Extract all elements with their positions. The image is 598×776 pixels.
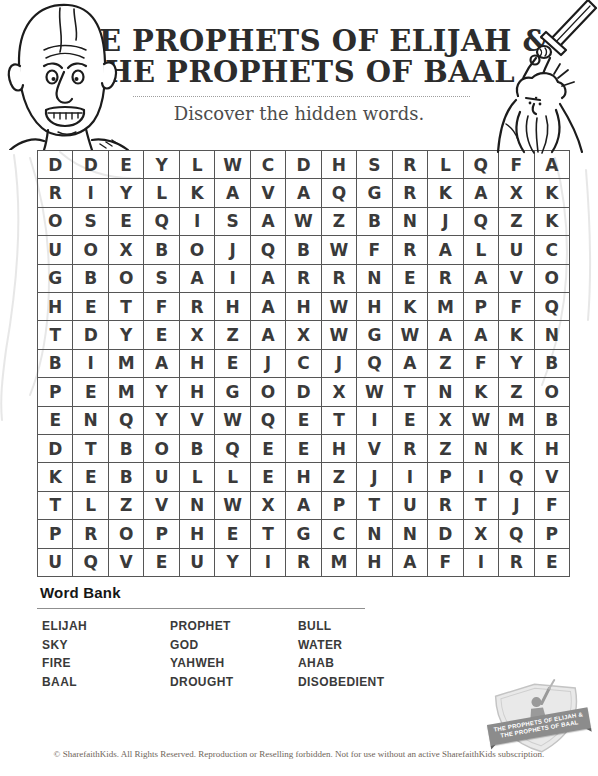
grid-cell[interactable]: Q: [251, 236, 286, 264]
grid-cell[interactable]: T: [73, 435, 108, 463]
grid-cell[interactable]: J: [499, 492, 534, 520]
grid-cell[interactable]: H: [322, 151, 357, 179]
grid-cell[interactable]: G: [357, 321, 392, 349]
grid-cell[interactable]: Q: [357, 350, 392, 378]
grid-cell[interactable]: K: [393, 293, 428, 321]
grid-cell[interactable]: M: [109, 350, 144, 378]
grid-cell[interactable]: H: [322, 435, 357, 463]
grid-cell[interactable]: H: [535, 435, 570, 463]
grid-cell[interactable]: J: [428, 208, 463, 236]
grid-cell[interactable]: L: [428, 151, 463, 179]
grid-cell[interactable]: A: [393, 350, 428, 378]
grid-cell[interactable]: U: [38, 236, 73, 264]
grid-cell[interactable]: J: [251, 350, 286, 378]
grid-cell[interactable]: J: [215, 236, 250, 264]
grid-cell[interactable]: H: [357, 293, 392, 321]
grid-cell[interactable]: K: [464, 378, 499, 406]
grid-cell[interactable]: R: [428, 265, 463, 293]
beard: [517, 110, 560, 153]
grid-cell[interactable]: O: [109, 520, 144, 548]
grid-cell[interactable]: R: [499, 549, 534, 577]
grid-cell[interactable]: B: [38, 350, 73, 378]
grid-cell[interactable]: C: [535, 236, 570, 264]
grid-cell[interactable]: M: [322, 549, 357, 577]
grid-cell[interactable]: I: [180, 208, 215, 236]
grid-cell[interactable]: Q: [215, 435, 250, 463]
grid-cell[interactable]: D: [73, 151, 108, 179]
word-bank-item: WATER: [298, 636, 384, 655]
grid-cell[interactable]: R: [393, 236, 428, 264]
word-bank-item: AHAB: [298, 654, 384, 673]
grid-cell[interactable]: T: [38, 321, 73, 349]
grid-cell[interactable]: B: [286, 236, 321, 264]
grid-cell[interactable]: A: [144, 350, 179, 378]
grid-cell[interactable]: X: [251, 492, 286, 520]
grid-cell[interactable]: E: [393, 407, 428, 435]
grid-cell[interactable]: V: [144, 492, 179, 520]
word-bank-column: ELIJAHSKYFIREBAAL: [42, 617, 170, 691]
grid-cell[interactable]: W: [215, 151, 250, 179]
grid-cell[interactable]: A: [464, 265, 499, 293]
grid-cell[interactable]: G: [215, 378, 250, 406]
grid-cell[interactable]: K: [499, 435, 534, 463]
word-bank-item: DROUGHT: [170, 673, 298, 692]
grid-cell[interactable]: I: [73, 350, 108, 378]
word-bank-rule: [37, 608, 365, 609]
grid-cell[interactable]: P: [322, 492, 357, 520]
grid-cell[interactable]: H: [286, 293, 321, 321]
grid-cell[interactable]: Z: [322, 463, 357, 491]
grid-cell[interactable]: O: [180, 236, 215, 264]
grid-cell[interactable]: Q: [499, 463, 534, 491]
grid-cell[interactable]: X: [464, 520, 499, 548]
grid-cell[interactable]: Q: [464, 151, 499, 179]
grid-cell[interactable]: A: [286, 492, 321, 520]
grid-cell[interactable]: U: [144, 463, 179, 491]
grid-cell[interactable]: B: [357, 208, 392, 236]
grid-cell[interactable]: P: [144, 520, 179, 548]
grid-cell[interactable]: A: [428, 236, 463, 264]
grid-cell[interactable]: E: [215, 520, 250, 548]
word-bank-heading: Word Bank: [40, 584, 121, 601]
grid-cell[interactable]: V: [357, 435, 392, 463]
word-bank-item: FIRE: [42, 654, 170, 673]
grid-cell[interactable]: F: [535, 492, 570, 520]
grid-cell[interactable]: Z: [109, 492, 144, 520]
grid-cell[interactable]: O: [251, 378, 286, 406]
grid-cell[interactable]: R: [73, 520, 108, 548]
grid-cell[interactable]: S: [73, 208, 108, 236]
grid-cell[interactable]: W: [215, 492, 250, 520]
grid-cell[interactable]: F: [428, 549, 463, 577]
sharefaith-badge: THE PROPHETS OF ELIJAH & THE PROPHETS OF…: [488, 675, 587, 758]
grid-cell[interactable]: O: [535, 378, 570, 406]
grid-cell[interactable]: E: [73, 378, 108, 406]
grid-cell[interactable]: M: [109, 378, 144, 406]
grid-cell[interactable]: W: [464, 407, 499, 435]
grid-cell[interactable]: Q: [109, 407, 144, 435]
grid-cell[interactable]: O: [73, 236, 108, 264]
grid-cell[interactable]: Y: [144, 407, 179, 435]
grid-cell[interactable]: S: [357, 151, 392, 179]
grid-cell[interactable]: X: [322, 378, 357, 406]
grid-cell[interactable]: Q: [499, 520, 534, 548]
elijah-illustration: [462, 0, 598, 155]
grid-cell[interactable]: D: [286, 378, 321, 406]
grid-cell[interactable]: U: [393, 492, 428, 520]
grid-cell[interactable]: P: [535, 520, 570, 548]
grid-cell[interactable]: T: [393, 378, 428, 406]
grid-cell[interactable]: Y: [215, 549, 250, 577]
grid-cell[interactable]: G: [357, 179, 392, 207]
word-bank-item: GOD: [170, 636, 298, 655]
grid-cell[interactable]: A: [180, 265, 215, 293]
word-bank-column: BULLWATERAHABDISOBEDIENT: [298, 617, 384, 691]
grid-cell[interactable]: D: [38, 435, 73, 463]
grid-cell[interactable]: A: [251, 265, 286, 293]
grid-cell[interactable]: E: [109, 151, 144, 179]
grid-cell[interactable]: W: [322, 236, 357, 264]
grid-cell[interactable]: R: [286, 265, 321, 293]
grid-cell[interactable]: H: [286, 463, 321, 491]
grid-cell[interactable]: Y: [144, 151, 179, 179]
grid-cell[interactable]: P: [464, 293, 499, 321]
grid-cell[interactable]: X: [180, 321, 215, 349]
grid-cell[interactable]: L: [73, 492, 108, 520]
grid-cell[interactable]: K: [499, 321, 534, 349]
grid-cell[interactable]: T: [464, 492, 499, 520]
grid-cell[interactable]: N: [393, 208, 428, 236]
grid-cell[interactable]: Q: [73, 549, 108, 577]
grid-cell[interactable]: H: [357, 549, 392, 577]
grid-cell[interactable]: S: [144, 265, 179, 293]
grid-cell[interactable]: F: [499, 151, 534, 179]
grid-cell[interactable]: X: [499, 179, 534, 207]
grid-cell[interactable]: H: [215, 293, 250, 321]
grid-cell[interactable]: Z: [499, 208, 534, 236]
grid-cell[interactable]: C: [322, 520, 357, 548]
grid-cell[interactable]: A: [251, 208, 286, 236]
grid-cell[interactable]: N: [428, 378, 463, 406]
word-bank-item: DISOBEDIENT: [298, 673, 384, 692]
grid-cell[interactable]: Q: [322, 179, 357, 207]
word-bank-item: YAHWEH: [170, 654, 298, 673]
brow: [526, 98, 540, 100]
grid-cell[interactable]: D: [286, 151, 321, 179]
word-bank-item: SKY: [42, 636, 170, 655]
word-bank-item: BULL: [298, 617, 384, 636]
grid-cell[interactable]: E: [393, 265, 428, 293]
grid-cell[interactable]: H: [38, 293, 73, 321]
grid-cell[interactable]: L: [180, 463, 215, 491]
eye-left: [47, 71, 58, 84]
grid-cell[interactable]: W: [322, 321, 357, 349]
ahab-illustration: [0, 0, 135, 150]
grid-cell[interactable]: G: [38, 265, 73, 293]
grid-cell[interactable]: D: [38, 151, 73, 179]
grid-cell[interactable]: L: [464, 236, 499, 264]
eye-right: [73, 71, 84, 84]
grid-cell[interactable]: L: [180, 151, 215, 179]
grid-cell[interactable]: E: [251, 435, 286, 463]
grid-cell[interactable]: B: [180, 435, 215, 463]
grid-cell[interactable]: O: [38, 208, 73, 236]
grid-cell[interactable]: Q: [144, 208, 179, 236]
grid-cell[interactable]: K: [535, 208, 570, 236]
grid-cell[interactable]: Y: [144, 378, 179, 406]
grid-cell[interactable]: A: [215, 179, 250, 207]
grid-cell[interactable]: R: [322, 265, 357, 293]
grid-cell[interactable]: Z: [215, 321, 250, 349]
grid-cell[interactable]: G: [286, 520, 321, 548]
grid-cell[interactable]: Z: [428, 435, 463, 463]
grid-cell[interactable]: J: [322, 350, 357, 378]
grid-cell[interactable]: I: [393, 463, 428, 491]
grid-cell[interactable]: V: [251, 179, 286, 207]
grid-cell[interactable]: I: [357, 407, 392, 435]
grid-cell[interactable]: B: [109, 435, 144, 463]
grid-cell[interactable]: O: [109, 265, 144, 293]
copyright-footer: © SharefaithKids. All Rights Reserved. R…: [0, 749, 598, 759]
grid-cell[interactable]: R: [38, 179, 73, 207]
grid-cell[interactable]: B: [144, 236, 179, 264]
grid-cell[interactable]: R: [286, 549, 321, 577]
grid-cell[interactable]: N: [180, 492, 215, 520]
grid-cell[interactable]: L: [215, 463, 250, 491]
grid-cell[interactable]: Z: [499, 378, 534, 406]
grid-cell[interactable]: Y: [499, 350, 534, 378]
grid-cell[interactable]: B: [73, 265, 108, 293]
grid-cell[interactable]: X: [109, 236, 144, 264]
grid-cell[interactable]: E: [215, 350, 250, 378]
grid-cell[interactable]: N: [535, 321, 570, 349]
grid-cell[interactable]: P: [428, 463, 463, 491]
grid-cell[interactable]: P: [38, 378, 73, 406]
grid-cell[interactable]: F: [499, 293, 534, 321]
grid-cell[interactable]: W: [286, 208, 321, 236]
grid-cell[interactable]: K: [180, 179, 215, 207]
grid-cell[interactable]: E: [73, 293, 108, 321]
grid-cell[interactable]: A: [464, 321, 499, 349]
ear-right: [102, 62, 116, 88]
grid-cell[interactable]: T: [109, 293, 144, 321]
grid-cell[interactable]: E: [38, 407, 73, 435]
grid-cell[interactable]: T: [251, 520, 286, 548]
grid-cell[interactable]: V: [180, 407, 215, 435]
grid-cell[interactable]: P: [38, 520, 73, 548]
grid-cell[interactable]: V: [499, 265, 534, 293]
grid-cell[interactable]: J: [357, 463, 392, 491]
grid-cell[interactable]: N: [357, 265, 392, 293]
grid-cell[interactable]: L: [144, 179, 179, 207]
word-bank-item: PROPHET: [170, 617, 298, 636]
grid-cell[interactable]: R: [428, 492, 463, 520]
grid-cell[interactable]: B: [535, 407, 570, 435]
grid-cell[interactable]: R: [180, 293, 215, 321]
grid-cell[interactable]: A: [393, 549, 428, 577]
grid-cell[interactable]: C: [251, 151, 286, 179]
grid-cell[interactable]: X: [286, 321, 321, 349]
grid-cell[interactable]: N: [464, 435, 499, 463]
grid-cell[interactable]: E: [144, 549, 179, 577]
grid-cell[interactable]: N: [393, 520, 428, 548]
grid-cell[interactable]: C: [286, 350, 321, 378]
dotted-divider: [133, 96, 470, 97]
grid-cell[interactable]: Q: [464, 208, 499, 236]
grid-cell[interactable]: E: [286, 407, 321, 435]
grid-cell[interactable]: X: [428, 407, 463, 435]
grid-cell[interactable]: Q: [535, 293, 570, 321]
grid-cell[interactable]: K: [535, 179, 570, 207]
grid-cell[interactable]: D: [428, 520, 463, 548]
grid-cell[interactable]: U: [180, 549, 215, 577]
grid-cell[interactable]: H: [180, 520, 215, 548]
grid-cell[interactable]: T: [322, 407, 357, 435]
grid-cell[interactable]: T: [38, 492, 73, 520]
grid-cell[interactable]: O: [144, 435, 179, 463]
grid-cell[interactable]: K: [38, 463, 73, 491]
word-bank-column: PROPHETGODYAHWEHDROUGHT: [170, 617, 298, 691]
grid-cell[interactable]: A: [286, 179, 321, 207]
grid-cell[interactable]: I: [73, 179, 108, 207]
grid-cell[interactable]: B: [535, 350, 570, 378]
grid-cell[interactable]: I: [251, 549, 286, 577]
grid-cell[interactable]: F: [464, 350, 499, 378]
word-search-grid: DDEYLWCDHSRLQFARIYLKAVAQGRKAXKOSEQISAWZB…: [37, 150, 570, 577]
grid-cell[interactable]: A: [251, 293, 286, 321]
grid-cell[interactable]: S: [215, 208, 250, 236]
grid-cell[interactable]: W: [215, 407, 250, 435]
grid-cell[interactable]: N: [357, 520, 392, 548]
worksheet-page: THE PROPHETS OF ELIJAH & THE PROPHETS OF…: [0, 0, 598, 776]
grid-cell[interactable]: U: [499, 236, 534, 264]
word-bank-item: ELIJAH: [42, 617, 170, 636]
grid-cell[interactable]: A: [535, 151, 570, 179]
grid-cell[interactable]: R: [393, 151, 428, 179]
grid-cell[interactable]: D: [73, 321, 108, 349]
grid-cell[interactable]: U: [38, 549, 73, 577]
grid-cell[interactable]: E: [535, 549, 570, 577]
grid-cell[interactable]: K: [428, 179, 463, 207]
grid-cell[interactable]: N: [73, 407, 108, 435]
grid-cell[interactable]: M: [428, 293, 463, 321]
word-bank: ELIJAHSKYFIREBAALPROPHETGODYAHWEHDROUGHT…: [42, 617, 384, 691]
grid-cell[interactable]: W: [393, 321, 428, 349]
grid-cell[interactable]: F: [144, 293, 179, 321]
grid-cell[interactable]: E: [73, 463, 108, 491]
grid-cell[interactable]: I: [464, 463, 499, 491]
grid-cell[interactable]: T: [357, 492, 392, 520]
grid-cell[interactable]: A: [251, 321, 286, 349]
grid-cell[interactable]: E: [144, 321, 179, 349]
grid-cell[interactable]: A: [464, 179, 499, 207]
fist: [537, 46, 551, 58]
grid-cell[interactable]: O: [535, 265, 570, 293]
grid-cell[interactable]: Y: [109, 321, 144, 349]
grid-cell[interactable]: Q: [251, 407, 286, 435]
grid-cell[interactable]: W: [322, 293, 357, 321]
grid-cell[interactable]: I: [464, 549, 499, 577]
grid-cell[interactable]: E: [286, 435, 321, 463]
grid-cell[interactable]: E: [251, 463, 286, 491]
grid-cell[interactable]: V: [535, 463, 570, 491]
grid-cell[interactable]: I: [215, 265, 250, 293]
grid-cell[interactable]: Y: [109, 179, 144, 207]
grid-cell[interactable]: W: [357, 378, 392, 406]
grid-cell[interactable]: Z: [322, 208, 357, 236]
word-bank-item: BAAL: [42, 673, 170, 692]
grid-cell[interactable]: F: [357, 236, 392, 264]
grid-cell[interactable]: R: [393, 435, 428, 463]
grid-cell[interactable]: V: [109, 549, 144, 577]
grid-cell[interactable]: E: [109, 208, 144, 236]
grid-cell[interactable]: H: [180, 350, 215, 378]
grid-cell[interactable]: B: [109, 463, 144, 491]
grid-cell[interactable]: A: [428, 321, 463, 349]
grid-cell[interactable]: R: [393, 179, 428, 207]
grid-cell[interactable]: Z: [428, 350, 463, 378]
grid-cell[interactable]: H: [180, 378, 215, 406]
grid-cell[interactable]: M: [499, 407, 534, 435]
